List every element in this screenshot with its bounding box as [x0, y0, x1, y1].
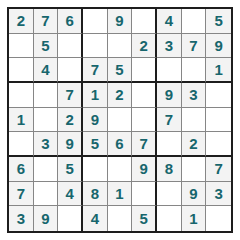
cell-r3c9[interactable]: 1 — [206, 58, 231, 83]
cell-r9c9[interactable] — [206, 206, 231, 231]
cell-r7c3[interactable]: 5 — [58, 157, 83, 182]
cell-r9c8[interactable]: 1 — [182, 206, 207, 231]
cell-r7c4[interactable] — [83, 157, 108, 182]
cell-r2c1[interactable] — [9, 34, 34, 59]
sudoku-board: 2769455237947517129312973956726598774819… — [7, 7, 233, 233]
cell-r6c4[interactable]: 5 — [83, 132, 108, 157]
cell-r4c3[interactable]: 7 — [58, 83, 83, 108]
cell-r6c3[interactable]: 9 — [58, 132, 83, 157]
cell-r9c3[interactable] — [58, 206, 83, 231]
cell-r6c9[interactable] — [206, 132, 231, 157]
cell-r4c8[interactable]: 3 — [182, 83, 207, 108]
cell-r8c8[interactable]: 9 — [182, 182, 207, 207]
cell-r4c7[interactable]: 9 — [157, 83, 182, 108]
cell-r3c7[interactable] — [157, 58, 182, 83]
cell-r9c5[interactable] — [108, 206, 133, 231]
cell-r2c7[interactable]: 3 — [157, 34, 182, 59]
cell-r8c9[interactable]: 3 — [206, 182, 231, 207]
cell-r8c6[interactable] — [132, 182, 157, 207]
cell-r1c1[interactable]: 2 — [9, 9, 34, 34]
cell-r2c8[interactable]: 7 — [182, 34, 207, 59]
cell-r7c2[interactable] — [34, 157, 59, 182]
cell-r5c2[interactable] — [34, 108, 59, 133]
cell-r5c6[interactable] — [132, 108, 157, 133]
cell-r1c2[interactable]: 7 — [34, 9, 59, 34]
cell-r4c5[interactable]: 2 — [108, 83, 133, 108]
cell-r9c4[interactable]: 4 — [83, 206, 108, 231]
cell-r5c7[interactable]: 7 — [157, 108, 182, 133]
cell-r1c9[interactable]: 5 — [206, 9, 231, 34]
cell-r5c9[interactable] — [206, 108, 231, 133]
cell-r6c5[interactable]: 6 — [108, 132, 133, 157]
cell-r6c2[interactable]: 3 — [34, 132, 59, 157]
cell-r2c2[interactable]: 5 — [34, 34, 59, 59]
cell-r5c1[interactable]: 1 — [9, 108, 34, 133]
cell-r1c6[interactable] — [132, 9, 157, 34]
cell-r1c3[interactable]: 6 — [58, 9, 83, 34]
cell-r1c4[interactable] — [83, 9, 108, 34]
cell-r4c4[interactable]: 1 — [83, 83, 108, 108]
cell-r8c1[interactable]: 7 — [9, 182, 34, 207]
cell-r1c8[interactable] — [182, 9, 207, 34]
cell-r7c7[interactable]: 8 — [157, 157, 182, 182]
cell-r7c6[interactable]: 9 — [132, 157, 157, 182]
cell-r3c5[interactable]: 5 — [108, 58, 133, 83]
cell-r9c7[interactable] — [157, 206, 182, 231]
cell-r9c2[interactable]: 9 — [34, 206, 59, 231]
cell-r2c4[interactable] — [83, 34, 108, 59]
cell-r3c1[interactable] — [9, 58, 34, 83]
cell-r6c8[interactable]: 2 — [182, 132, 207, 157]
cell-r2c9[interactable]: 9 — [206, 34, 231, 59]
cell-r1c7[interactable]: 4 — [157, 9, 182, 34]
cell-r9c6[interactable]: 5 — [132, 206, 157, 231]
cell-r4c1[interactable] — [9, 83, 34, 108]
cell-r1c5[interactable]: 9 — [108, 9, 133, 34]
cell-r4c9[interactable] — [206, 83, 231, 108]
cell-r8c7[interactable] — [157, 182, 182, 207]
cell-r3c8[interactable] — [182, 58, 207, 83]
cell-r3c6[interactable] — [132, 58, 157, 83]
cell-r5c8[interactable] — [182, 108, 207, 133]
cell-r3c4[interactable]: 7 — [83, 58, 108, 83]
cell-r5c4[interactable]: 9 — [83, 108, 108, 133]
cell-r2c6[interactable]: 2 — [132, 34, 157, 59]
cell-r4c2[interactable] — [34, 83, 59, 108]
cell-r8c4[interactable]: 8 — [83, 182, 108, 207]
cell-r8c5[interactable]: 1 — [108, 182, 133, 207]
cell-r4c6[interactable] — [132, 83, 157, 108]
cell-r8c3[interactable]: 4 — [58, 182, 83, 207]
cell-r5c3[interactable]: 2 — [58, 108, 83, 133]
cell-r7c8[interactable] — [182, 157, 207, 182]
cell-r7c5[interactable] — [108, 157, 133, 182]
cell-r2c3[interactable] — [58, 34, 83, 59]
cell-r5c5[interactable] — [108, 108, 133, 133]
cell-r7c1[interactable]: 6 — [9, 157, 34, 182]
cell-r3c2[interactable]: 4 — [34, 58, 59, 83]
cell-r9c1[interactable]: 3 — [9, 206, 34, 231]
cell-r6c1[interactable] — [9, 132, 34, 157]
sudoku-board-frame: 2769455237947517129312973956726598774819… — [7, 7, 233, 233]
cell-r7c9[interactable]: 7 — [206, 157, 231, 182]
cell-r2c5[interactable] — [108, 34, 133, 59]
cell-r6c7[interactable] — [157, 132, 182, 157]
cell-r3c3[interactable] — [58, 58, 83, 83]
cell-r8c2[interactable] — [34, 182, 59, 207]
cell-r6c6[interactable]: 7 — [132, 132, 157, 157]
